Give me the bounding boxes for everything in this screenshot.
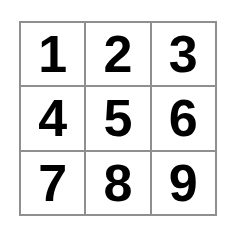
screen: 1 2 3 4 5 6 7 8 9: [0, 0, 236, 236]
number-grid: 1 2 3 4 5 6 7 8 9: [19, 21, 217, 216]
grid-cell-r3c1[interactable]: 7: [21, 152, 84, 214]
grid-cell-r1c1[interactable]: 1: [21, 23, 84, 85]
grid-cell-r3c3[interactable]: 9: [152, 152, 215, 214]
grid-cell-r1c3[interactable]: 3: [152, 23, 215, 85]
grid-cell-r3c2[interactable]: 8: [86, 152, 149, 214]
grid-cell-r2c3[interactable]: 6: [152, 87, 215, 149]
grid-cell-r1c2[interactable]: 2: [86, 23, 149, 85]
grid-cell-r2c2[interactable]: 5: [86, 87, 149, 149]
grid-cell-r2c1[interactable]: 4: [21, 87, 84, 149]
